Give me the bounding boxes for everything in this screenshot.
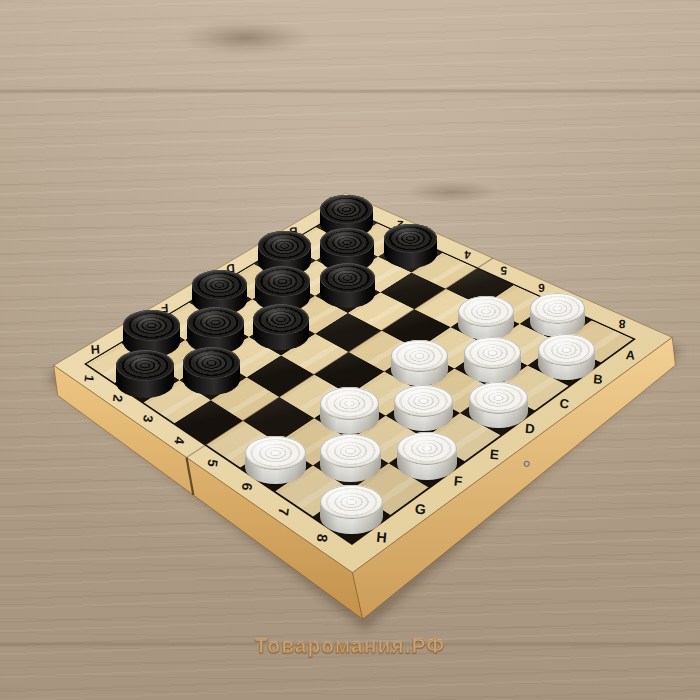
checker-black-h2[interactable]: [116, 350, 174, 398]
checker-white-f6[interactable]: [320, 387, 379, 434]
checker-white-g7[interactable]: [320, 434, 381, 482]
piece-top: [320, 195, 373, 224]
coord-number-bottom-left-8: 8: [314, 533, 331, 543]
piece-top: [187, 307, 243, 338]
piece-top: [530, 293, 586, 324]
checker-black-e3[interactable]: [253, 304, 309, 351]
piece-top: [245, 436, 306, 469]
piece-top: [253, 304, 309, 335]
checker-black-a3[interactable]: [384, 224, 438, 268]
coord-number-bottom-left-7: 7: [275, 507, 292, 517]
piece-top: [320, 263, 375, 293]
checker-white-f8[interactable]: [397, 432, 458, 480]
coord-letter-bottom-right-E: E: [489, 447, 499, 463]
checker-white-b8[interactable]: [538, 334, 595, 379]
checker-white-e7[interactable]: [394, 385, 453, 432]
checker-black-c3[interactable]: [320, 263, 375, 309]
checker-white-c7[interactable]: [464, 337, 521, 382]
piece-top: [123, 310, 180, 341]
coord-number-top-right-4: 4: [464, 249, 472, 261]
piece-top: [394, 385, 453, 417]
piece-top: [258, 231, 312, 261]
checker-white-a7[interactable]: [530, 293, 586, 337]
coord-letter-bottom-right-G: G: [414, 500, 426, 517]
piece-top: [391, 340, 448, 372]
coord-letter-bottom-right-C: C: [559, 396, 570, 412]
checker-black-g3[interactable]: [183, 347, 241, 395]
piece-top: [116, 350, 174, 382]
piece-top: [320, 228, 374, 258]
piece-top: [255, 266, 310, 296]
coord-number-top-right-8: 8: [618, 317, 626, 331]
piece-top: [183, 347, 241, 379]
watermark: Товаромания.РФ: [0, 634, 700, 658]
checker-white-b6[interactable]: [458, 296, 514, 340]
piece-top: [538, 334, 595, 366]
piece-top: [192, 270, 247, 300]
checker-white-h8[interactable]: [320, 485, 383, 534]
piece-top: [469, 382, 528, 414]
piece-top: [320, 434, 381, 467]
checker-white-d6[interactable]: [391, 340, 448, 385]
coord-number-bottom-left-3: 3: [140, 414, 156, 423]
piece-top: [320, 387, 379, 420]
checker-white-h6[interactable]: [245, 436, 306, 484]
coord-number-bottom-left-5: 5: [204, 458, 220, 468]
coord-number-bottom-left-1: 1: [81, 374, 97, 383]
piece-top: [464, 337, 521, 369]
photo-scene: 11AA22BB33CC44DD55EE66FF77GG88HH Товаром…: [0, 0, 700, 700]
hinge-pin: [524, 461, 529, 466]
checker-white-d8[interactable]: [469, 382, 528, 429]
coord-letter-bottom-right-A: A: [625, 348, 635, 363]
coord-number-top-right-5: 5: [500, 264, 508, 277]
coord-number-bottom-left-4: 4: [171, 436, 187, 446]
fold-gap-notch: [186, 458, 193, 495]
